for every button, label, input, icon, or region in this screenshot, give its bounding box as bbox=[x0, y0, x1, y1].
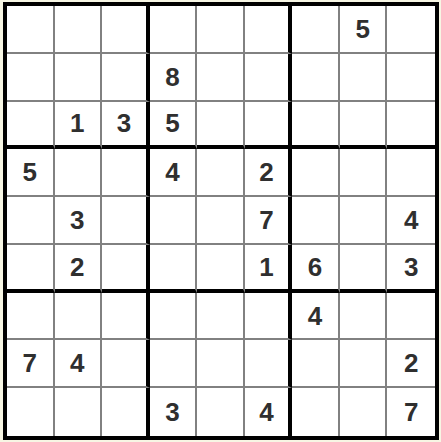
cell-r3c2[interactable]: 1 bbox=[55, 102, 103, 150]
cell-r8c3[interactable] bbox=[102, 340, 150, 388]
cell-r2c4[interactable]: 8 bbox=[150, 54, 198, 102]
cell-r5c5[interactable] bbox=[197, 197, 245, 245]
cell-r5c6[interactable]: 7 bbox=[245, 197, 293, 245]
cell-r1c1[interactable] bbox=[7, 6, 55, 54]
cell-r5c4[interactable] bbox=[150, 197, 198, 245]
cell-r5c7[interactable] bbox=[292, 197, 340, 245]
given-digit: 2 bbox=[70, 254, 84, 280]
cell-r2c5[interactable] bbox=[197, 54, 245, 102]
sudoku-board: 5813554237421634742347 bbox=[3, 2, 439, 440]
given-digit: 3 bbox=[70, 207, 84, 233]
cell-r5c9[interactable]: 4 bbox=[387, 197, 435, 245]
cell-r3c3[interactable]: 3 bbox=[102, 102, 150, 150]
cell-r7c1[interactable] bbox=[7, 293, 55, 341]
cell-r9c8[interactable] bbox=[340, 388, 388, 436]
cell-r3c7[interactable] bbox=[292, 102, 340, 150]
cell-r3c8[interactable] bbox=[340, 102, 388, 150]
cell-r7c2[interactable] bbox=[55, 293, 103, 341]
given-digit: 8 bbox=[165, 64, 179, 90]
cell-r8c7[interactable] bbox=[292, 340, 340, 388]
given-digit: 2 bbox=[259, 159, 273, 185]
cell-r9c1[interactable] bbox=[7, 388, 55, 436]
cell-r3c4[interactable]: 5 bbox=[150, 102, 198, 150]
cell-r2c1[interactable] bbox=[7, 54, 55, 102]
given-digit: 1 bbox=[259, 254, 273, 280]
cell-r2c7[interactable] bbox=[292, 54, 340, 102]
cell-r5c3[interactable] bbox=[102, 197, 150, 245]
cell-r1c5[interactable] bbox=[197, 6, 245, 54]
cell-r3c1[interactable] bbox=[7, 102, 55, 150]
given-digit: 4 bbox=[165, 159, 179, 185]
cell-r8c1[interactable]: 7 bbox=[7, 340, 55, 388]
cell-r4c2[interactable] bbox=[55, 149, 103, 197]
cell-r3c9[interactable] bbox=[387, 102, 435, 150]
cell-r2c9[interactable] bbox=[387, 54, 435, 102]
cell-r8c4[interactable] bbox=[150, 340, 198, 388]
given-digit: 3 bbox=[117, 110, 131, 136]
cell-r4c9[interactable] bbox=[387, 149, 435, 197]
cell-r4c6[interactable]: 2 bbox=[245, 149, 293, 197]
cell-r4c1[interactable]: 5 bbox=[7, 149, 55, 197]
cell-r7c3[interactable] bbox=[102, 293, 150, 341]
cell-r2c2[interactable] bbox=[55, 54, 103, 102]
given-digit: 4 bbox=[70, 350, 84, 376]
cell-r1c9[interactable] bbox=[387, 6, 435, 54]
given-digit: 7 bbox=[259, 207, 273, 233]
given-digit: 4 bbox=[404, 207, 418, 233]
given-digit: 1 bbox=[70, 110, 84, 136]
cell-r6c2[interactable]: 2 bbox=[55, 245, 103, 293]
cell-r6c5[interactable] bbox=[197, 245, 245, 293]
cell-r4c3[interactable] bbox=[102, 149, 150, 197]
cell-r9c6[interactable]: 4 bbox=[245, 388, 293, 436]
cell-r6c8[interactable] bbox=[340, 245, 388, 293]
cell-r8c9[interactable]: 2 bbox=[387, 340, 435, 388]
cell-r2c6[interactable] bbox=[245, 54, 293, 102]
cell-r6c4[interactable] bbox=[150, 245, 198, 293]
given-digit: 3 bbox=[404, 254, 418, 280]
cell-r7c5[interactable] bbox=[197, 293, 245, 341]
cell-r7c8[interactable] bbox=[340, 293, 388, 341]
given-digit: 5 bbox=[23, 159, 37, 185]
cell-r4c7[interactable] bbox=[292, 149, 340, 197]
given-digit: 4 bbox=[259, 399, 273, 425]
cell-r6c7[interactable]: 6 bbox=[292, 245, 340, 293]
cell-r1c6[interactable] bbox=[245, 6, 293, 54]
given-digit: 7 bbox=[404, 399, 418, 425]
given-digit: 6 bbox=[308, 254, 322, 280]
cell-r4c4[interactable]: 4 bbox=[150, 149, 198, 197]
cell-r9c9[interactable]: 7 bbox=[387, 388, 435, 436]
cell-r6c9[interactable]: 3 bbox=[387, 245, 435, 293]
given-digit: 2 bbox=[404, 350, 418, 376]
cell-r8c2[interactable]: 4 bbox=[55, 340, 103, 388]
cell-r5c8[interactable] bbox=[340, 197, 388, 245]
cell-r9c5[interactable] bbox=[197, 388, 245, 436]
cell-r5c2[interactable]: 3 bbox=[55, 197, 103, 245]
cell-r1c4[interactable] bbox=[150, 6, 198, 54]
cell-r6c6[interactable]: 1 bbox=[245, 245, 293, 293]
cell-r6c3[interactable] bbox=[102, 245, 150, 293]
cell-r9c7[interactable] bbox=[292, 388, 340, 436]
cell-r1c8[interactable]: 5 bbox=[340, 6, 388, 54]
cell-r7c9[interactable] bbox=[387, 293, 435, 341]
cell-r9c4[interactable]: 3 bbox=[150, 388, 198, 436]
cell-r1c7[interactable] bbox=[292, 6, 340, 54]
cell-r6c1[interactable] bbox=[7, 245, 55, 293]
given-digit: 7 bbox=[23, 350, 37, 376]
cell-r5c1[interactable] bbox=[7, 197, 55, 245]
cell-r3c6[interactable] bbox=[245, 102, 293, 150]
given-digit: 5 bbox=[355, 16, 369, 42]
cell-r3c5[interactable] bbox=[197, 102, 245, 150]
cell-r2c3[interactable] bbox=[102, 54, 150, 102]
sudoku-page: 5813554237421634742347 bbox=[0, 0, 441, 442]
cell-r7c7[interactable]: 4 bbox=[292, 293, 340, 341]
cell-r7c4[interactable] bbox=[150, 293, 198, 341]
given-digit: 4 bbox=[308, 303, 322, 329]
cell-r8c8[interactable] bbox=[340, 340, 388, 388]
given-digit: 5 bbox=[165, 110, 179, 136]
cell-r2c8[interactable] bbox=[340, 54, 388, 102]
cell-r8c5[interactable] bbox=[197, 340, 245, 388]
cell-r1c2[interactable] bbox=[55, 6, 103, 54]
cell-r7c6[interactable] bbox=[245, 293, 293, 341]
given-digit: 3 bbox=[165, 399, 179, 425]
cell-r9c3[interactable] bbox=[102, 388, 150, 436]
cell-r9c2[interactable] bbox=[55, 388, 103, 436]
cell-r8c6[interactable] bbox=[245, 340, 293, 388]
cell-r1c3[interactable] bbox=[102, 6, 150, 54]
cell-r4c5[interactable] bbox=[197, 149, 245, 197]
cell-r4c8[interactable] bbox=[340, 149, 388, 197]
